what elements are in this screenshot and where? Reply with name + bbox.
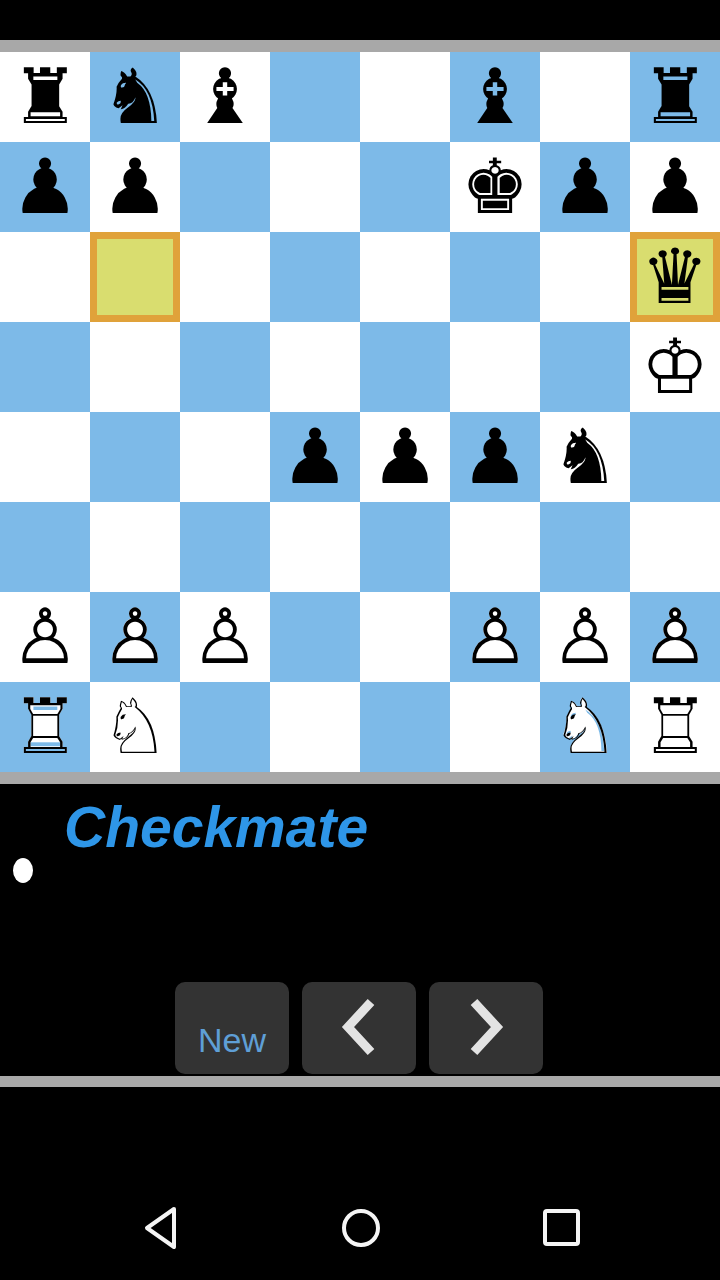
square-f1[interactable] xyxy=(450,682,540,772)
square-e8[interactable] xyxy=(360,52,450,142)
square-c6[interactable] xyxy=(180,232,270,322)
piece-white-rook: ♜♖ xyxy=(641,689,709,765)
next-move-button[interactable] xyxy=(429,982,543,1074)
square-b4[interactable] xyxy=(90,412,180,502)
square-f3[interactable] xyxy=(450,502,540,592)
new-game-label: New xyxy=(198,1021,266,1060)
square-b7[interactable]: ♟ xyxy=(90,142,180,232)
square-g6[interactable] xyxy=(540,232,630,322)
square-h5[interactable]: ♚♔ xyxy=(630,322,720,412)
board-top-border xyxy=(0,40,720,52)
piece-black-queen: ♛ xyxy=(641,239,709,315)
square-g4[interactable]: ♞ xyxy=(540,412,630,502)
square-g7[interactable]: ♟ xyxy=(540,142,630,232)
square-e3[interactable] xyxy=(360,502,450,592)
square-f5[interactable] xyxy=(450,322,540,412)
square-b3[interactable] xyxy=(90,502,180,592)
piece-black-king: ♚ xyxy=(461,149,529,225)
board-bottom-border xyxy=(0,772,720,784)
square-d3[interactable] xyxy=(270,502,360,592)
square-e1[interactable] xyxy=(360,682,450,772)
square-h2[interactable]: ♟♙ xyxy=(630,592,720,682)
square-e4[interactable]: ♟ xyxy=(360,412,450,502)
game-panel: Checkmate New xyxy=(0,784,720,1280)
piece-black-rook: ♜ xyxy=(641,59,709,135)
square-h6[interactable]: ♛ xyxy=(630,232,720,322)
square-f8[interactable]: ♝ xyxy=(450,52,540,142)
back-icon[interactable] xyxy=(140,1204,180,1256)
square-c3[interactable] xyxy=(180,502,270,592)
square-g3[interactable] xyxy=(540,502,630,592)
square-a6[interactable] xyxy=(0,232,90,322)
android-status-bar xyxy=(0,0,720,40)
panel-divider xyxy=(0,1076,720,1087)
piece-white-pawn: ♟♙ xyxy=(551,599,619,675)
piece-black-pawn: ♟ xyxy=(461,419,529,495)
square-c5[interactable] xyxy=(180,322,270,412)
square-h4[interactable] xyxy=(630,412,720,502)
piece-black-pawn: ♟ xyxy=(11,149,79,225)
square-c4[interactable] xyxy=(180,412,270,502)
square-h1[interactable]: ♜♖ xyxy=(630,682,720,772)
piece-white-pawn: ♟♙ xyxy=(11,599,79,675)
square-d5[interactable] xyxy=(270,322,360,412)
square-f7[interactable]: ♚ xyxy=(450,142,540,232)
game-status-text: Checkmate xyxy=(64,794,368,860)
square-f4[interactable]: ♟ xyxy=(450,412,540,502)
square-a5[interactable] xyxy=(0,322,90,412)
square-g8[interactable] xyxy=(540,52,630,142)
previous-move-button[interactable] xyxy=(302,982,416,1074)
piece-white-pawn: ♟♙ xyxy=(191,599,259,675)
square-g2[interactable]: ♟♙ xyxy=(540,592,630,682)
piece-black-bishop: ♝ xyxy=(191,59,259,135)
square-b8[interactable]: ♞ xyxy=(90,52,180,142)
chess-board: ♜♞♝♝♜♟♟♚♟♟♛♚♔♟♟♟♞♟♙♟♙♟♙♟♙♟♙♟♙♜♖♞♘♞♘♜♖ xyxy=(0,52,720,772)
piece-black-pawn: ♟ xyxy=(281,419,349,495)
app-screen: ♜♞♝♝♜♟♟♚♟♟♛♚♔♟♟♟♞♟♙♟♙♟♙♟♙♟♙♟♙♜♖♞♘♞♘♜♖ Ch… xyxy=(0,0,720,1280)
piece-white-knight: ♞♘ xyxy=(551,689,619,765)
square-h3[interactable] xyxy=(630,502,720,592)
square-e7[interactable] xyxy=(360,142,450,232)
square-d4[interactable]: ♟ xyxy=(270,412,360,502)
piece-white-king: ♚♔ xyxy=(641,329,709,405)
square-d1[interactable] xyxy=(270,682,360,772)
square-a7[interactable]: ♟ xyxy=(0,142,90,232)
square-d2[interactable] xyxy=(270,592,360,682)
white-to-move-dot-icon xyxy=(13,858,33,883)
chevron-right-icon xyxy=(468,998,504,1059)
square-a3[interactable] xyxy=(0,502,90,592)
piece-white-knight: ♞♘ xyxy=(101,689,169,765)
control-buttons: New xyxy=(175,982,543,1074)
square-h8[interactable]: ♜ xyxy=(630,52,720,142)
square-a2[interactable]: ♟♙ xyxy=(0,592,90,682)
new-game-button[interactable]: New xyxy=(175,982,289,1074)
piece-black-rook: ♜ xyxy=(11,59,79,135)
square-b1[interactable]: ♞♘ xyxy=(90,682,180,772)
square-a8[interactable]: ♜ xyxy=(0,52,90,142)
square-d7[interactable] xyxy=(270,142,360,232)
square-g1[interactable]: ♞♘ xyxy=(540,682,630,772)
square-c7[interactable] xyxy=(180,142,270,232)
square-b5[interactable] xyxy=(90,322,180,412)
piece-white-rook: ♜♖ xyxy=(11,689,79,765)
square-b6[interactable] xyxy=(90,232,180,322)
square-a1[interactable]: ♜♖ xyxy=(0,682,90,772)
square-g5[interactable] xyxy=(540,322,630,412)
square-e2[interactable] xyxy=(360,592,450,682)
piece-black-pawn: ♟ xyxy=(101,149,169,225)
piece-white-pawn: ♟♙ xyxy=(101,599,169,675)
piece-black-pawn: ♟ xyxy=(371,419,439,495)
piece-black-pawn: ♟ xyxy=(641,149,709,225)
square-b2[interactable]: ♟♙ xyxy=(90,592,180,682)
square-d6[interactable] xyxy=(270,232,360,322)
piece-black-pawn: ♟ xyxy=(551,149,619,225)
square-c1[interactable] xyxy=(180,682,270,772)
piece-black-bishop: ♝ xyxy=(461,59,529,135)
square-d8[interactable] xyxy=(270,52,360,142)
chevron-left-icon xyxy=(341,998,377,1059)
square-a4[interactable] xyxy=(0,412,90,502)
square-h7[interactable]: ♟ xyxy=(630,142,720,232)
piece-black-knight: ♞ xyxy=(101,59,169,135)
android-navbar xyxy=(0,1204,720,1264)
recents-icon[interactable] xyxy=(541,1204,581,1256)
piece-black-knight: ♞ xyxy=(551,419,619,495)
square-f6[interactable] xyxy=(450,232,540,322)
square-c8[interactable]: ♝ xyxy=(180,52,270,142)
home-icon[interactable] xyxy=(341,1204,381,1256)
square-c2[interactable]: ♟♙ xyxy=(180,592,270,682)
square-e6[interactable] xyxy=(360,232,450,322)
piece-white-pawn: ♟♙ xyxy=(461,599,529,675)
square-e5[interactable] xyxy=(360,322,450,412)
square-f2[interactable]: ♟♙ xyxy=(450,592,540,682)
piece-white-pawn: ♟♙ xyxy=(641,599,709,675)
